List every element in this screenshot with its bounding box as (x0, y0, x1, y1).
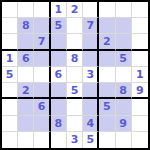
cell-r8c2[interactable] (18, 116, 34, 132)
cell-r4c6[interactable] (83, 51, 99, 67)
cell-r3c7[interactable]: 2 (99, 34, 115, 50)
cell-r6c2[interactable]: 2 (18, 83, 34, 99)
cell-r3c9[interactable] (132, 34, 148, 50)
cell-r5c4[interactable]: 6 (51, 67, 67, 83)
cell-r2c7[interactable] (99, 18, 115, 34)
cell-r3c1[interactable] (2, 34, 18, 50)
cell-r1c2[interactable] (18, 2, 34, 18)
cell-r4c3[interactable] (34, 51, 50, 67)
cell-r1c4[interactable]: 1 (51, 2, 67, 18)
cell-r8c3[interactable] (34, 116, 50, 132)
cell-r8c9[interactable] (132, 116, 148, 132)
cell-r2c2[interactable]: 8 (18, 18, 34, 34)
cell-r8c5[interactable] (67, 116, 83, 132)
cell-r7c5[interactable] (67, 99, 83, 115)
cell-r7c3[interactable]: 6 (34, 99, 50, 115)
cell-r8c6[interactable]: 4 (83, 116, 99, 132)
cell-r9c2[interactable] (18, 132, 34, 148)
cell-r3c4[interactable] (51, 34, 67, 50)
cell-r6c3[interactable] (34, 83, 50, 99)
cell-r6c6[interactable] (83, 83, 99, 99)
cell-r1c3[interactable] (34, 2, 50, 18)
cell-r8c7[interactable] (99, 116, 115, 132)
cell-r5c1[interactable]: 5 (2, 67, 18, 83)
cell-r7c4[interactable] (51, 99, 67, 115)
cell-r8c4[interactable]: 8 (51, 116, 67, 132)
cell-r1c1[interactable] (2, 2, 18, 18)
sudoku-board: 12857721685563125896584935 (0, 0, 150, 150)
cell-r8c8[interactable]: 9 (116, 116, 132, 132)
cell-r6c1[interactable] (2, 83, 18, 99)
cell-r4c4[interactable] (51, 51, 67, 67)
cell-r4c8[interactable]: 5 (116, 51, 132, 67)
cell-r7c1[interactable] (2, 99, 18, 115)
cell-r5c3[interactable] (34, 67, 50, 83)
cell-r6c9[interactable]: 9 (132, 83, 148, 99)
cell-r7c7[interactable]: 5 (99, 99, 115, 115)
cell-r9c8[interactable] (116, 132, 132, 148)
cell-r8c1[interactable] (2, 116, 18, 132)
cell-r3c5[interactable] (67, 34, 83, 50)
cell-r5c5[interactable] (67, 67, 83, 83)
cell-r7c2[interactable] (18, 99, 34, 115)
cell-r1c5[interactable]: 2 (67, 2, 83, 18)
cell-r9c1[interactable] (2, 132, 18, 148)
cell-r1c7[interactable] (99, 2, 115, 18)
cell-r1c8[interactable] (116, 2, 132, 18)
cell-r4c7[interactable] (99, 51, 115, 67)
cell-r7c9[interactable] (132, 99, 148, 115)
cell-r9c9[interactable] (132, 132, 148, 148)
cell-r2c4[interactable]: 5 (51, 18, 67, 34)
cell-r2c5[interactable] (67, 18, 83, 34)
cell-r5c7[interactable] (99, 67, 115, 83)
cell-r4c2[interactable]: 6 (18, 51, 34, 67)
cell-r9c5[interactable]: 3 (67, 132, 83, 148)
cell-r5c2[interactable] (18, 67, 34, 83)
cell-r7c8[interactable] (116, 99, 132, 115)
cell-r2c3[interactable] (34, 18, 50, 34)
cell-r4c5[interactable]: 8 (67, 51, 83, 67)
cell-r3c6[interactable] (83, 34, 99, 50)
cell-r3c3[interactable]: 7 (34, 34, 50, 50)
cell-r6c7[interactable] (99, 83, 115, 99)
cell-r9c7[interactable] (99, 132, 115, 148)
cell-r4c9[interactable] (132, 51, 148, 67)
cell-r4c1[interactable]: 1 (2, 51, 18, 67)
cell-r9c4[interactable] (51, 132, 67, 148)
cell-r2c9[interactable] (132, 18, 148, 34)
cell-r6c4[interactable] (51, 83, 67, 99)
cell-r5c6[interactable]: 3 (83, 67, 99, 83)
cell-r9c6[interactable]: 5 (83, 132, 99, 148)
cell-r6c5[interactable]: 5 (67, 83, 83, 99)
cell-r2c1[interactable] (2, 18, 18, 34)
cell-r2c8[interactable] (116, 18, 132, 34)
cell-r2c6[interactable]: 7 (83, 18, 99, 34)
cell-r1c9[interactable] (132, 2, 148, 18)
cell-r5c9[interactable]: 1 (132, 67, 148, 83)
cell-r5c8[interactable] (116, 67, 132, 83)
cell-r3c2[interactable] (18, 34, 34, 50)
cell-r1c6[interactable] (83, 2, 99, 18)
cell-r6c8[interactable]: 8 (116, 83, 132, 99)
cell-r3c8[interactable] (116, 34, 132, 50)
cell-r7c6[interactable] (83, 99, 99, 115)
cell-r9c3[interactable] (34, 132, 50, 148)
